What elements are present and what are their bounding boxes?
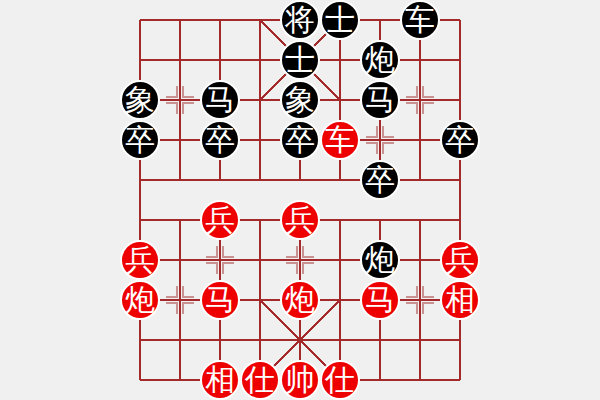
point-marker-corner — [422, 286, 434, 298]
red-soldier[interactable]: 兵 — [120, 240, 160, 280]
point-marker-corner — [382, 126, 394, 138]
point-marker-corner — [182, 86, 194, 98]
black-advisor[interactable]: 士 — [280, 40, 320, 80]
black-cannon[interactable]: 炮 — [360, 40, 400, 80]
point-marker-corner — [366, 126, 378, 138]
black-horse[interactable]: 马 — [360, 80, 400, 120]
red-elephant[interactable]: 相 — [200, 360, 240, 400]
point-marker — [206, 246, 234, 274]
point-marker — [286, 246, 314, 274]
red-advisor[interactable]: 仕 — [320, 360, 360, 400]
black-cannon[interactable]: 炮 — [360, 240, 400, 280]
point-marker-corner — [406, 102, 418, 114]
black-soldier[interactable]: 卒 — [280, 120, 320, 160]
red-cannon[interactable]: 炮 — [280, 280, 320, 320]
point-marker-corner — [406, 286, 418, 298]
point-marker — [406, 286, 434, 314]
point-marker-corner — [422, 302, 434, 314]
point-marker-corner — [206, 262, 218, 274]
point-marker-corner — [366, 142, 378, 154]
point-marker-corner — [182, 286, 194, 298]
point-marker-corner — [182, 302, 194, 314]
point-marker-corner — [166, 86, 178, 98]
point-marker-corner — [166, 302, 178, 314]
point-marker-corner — [406, 302, 418, 314]
piece-grid[interactable]: 将士车士炮象马象马卒卒卒车卒卒兵兵兵炮兵炮马炮马相相仕帅仕 — [120, 0, 480, 400]
red-soldier[interactable]: 兵 — [440, 240, 480, 280]
red-soldier[interactable]: 兵 — [280, 200, 320, 240]
red-horse[interactable]: 马 — [200, 280, 240, 320]
point-marker-corner — [406, 86, 418, 98]
red-soldier[interactable]: 兵 — [200, 200, 240, 240]
point-marker — [166, 86, 194, 114]
xiangqi-board: 将士车士炮象马象马卒卒卒车卒卒兵兵兵炮兵炮马炮马相相仕帅仕 — [0, 0, 600, 400]
point-marker-corner — [182, 102, 194, 114]
red-general[interactable]: 帅 — [280, 360, 320, 400]
red-elephant[interactable]: 相 — [440, 280, 480, 320]
point-marker-corner — [302, 262, 314, 274]
black-elephant[interactable]: 象 — [280, 80, 320, 120]
black-horse[interactable]: 马 — [200, 80, 240, 120]
point-marker — [366, 126, 394, 154]
red-horse[interactable]: 马 — [360, 280, 400, 320]
point-marker-corner — [286, 246, 298, 258]
point-marker-corner — [222, 262, 234, 274]
red-chariot[interactable]: 车 — [320, 120, 360, 160]
point-marker — [166, 286, 194, 314]
point-marker-corner — [206, 246, 218, 258]
black-chariot[interactable]: 车 — [400, 0, 440, 40]
red-cannon[interactable]: 炮 — [120, 280, 160, 320]
black-elephant[interactable]: 象 — [120, 80, 160, 120]
point-marker-corner — [382, 142, 394, 154]
black-soldier[interactable]: 卒 — [120, 120, 160, 160]
point-marker-corner — [422, 86, 434, 98]
point-marker-corner — [222, 246, 234, 258]
black-advisor[interactable]: 士 — [320, 0, 360, 40]
point-marker-corner — [286, 262, 298, 274]
point-marker-corner — [166, 102, 178, 114]
point-marker-corner — [166, 286, 178, 298]
black-soldier[interactable]: 卒 — [360, 160, 400, 200]
point-marker — [406, 86, 434, 114]
point-marker-corner — [422, 102, 434, 114]
black-soldier[interactable]: 卒 — [440, 120, 480, 160]
black-general[interactable]: 将 — [280, 0, 320, 40]
point-marker-corner — [302, 246, 314, 258]
black-soldier[interactable]: 卒 — [200, 120, 240, 160]
red-advisor[interactable]: 仕 — [240, 360, 280, 400]
